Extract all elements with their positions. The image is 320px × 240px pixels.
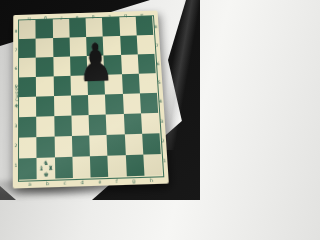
maker-logo-icon: ♞♝♜♚ [39,159,55,178]
square-c4 [54,96,72,117]
rank-label: 2 [14,144,17,149]
square-g4 [122,93,140,114]
square-c1 [54,157,72,179]
rank-label: 7 [155,44,158,48]
rank-label: 3 [14,124,17,129]
square-e2 [89,135,107,156]
square-a1 [19,158,37,180]
square-h7 [136,35,154,55]
square-c7 [53,38,70,58]
rank-label: 8 [154,26,157,30]
file-label: f [60,14,62,18]
square-a7 [19,39,36,59]
rank-label: 6 [157,62,160,66]
square-a5 [19,77,36,97]
file-label: e [76,14,79,18]
square-f2 [107,134,126,155]
square-b5 [36,76,53,96]
board-squares: ♟ [19,16,162,179]
square-h2 [142,133,161,154]
square-e1 [90,156,109,178]
rank-label: 1 [163,159,166,164]
square-c2 [54,136,72,157]
file-label: e [98,180,101,185]
square-b7 [36,38,53,58]
square-a8 [19,20,36,39]
square-c8 [52,19,69,38]
rank-label: 8 [15,30,18,34]
square-g3 [123,113,142,134]
square-d3 [71,115,89,136]
file-label: d [92,13,95,17]
file-label: a [28,182,31,187]
rank-label: 5 [158,81,161,86]
square-h6 [138,54,156,74]
rank-label: 2 [162,139,165,144]
file-label: a [140,12,143,16]
square-f1 [108,155,127,177]
square-g1 [125,155,144,177]
square-f3 [106,114,124,135]
logo-piece-glyph: ♚ [43,171,49,178]
photo-background: abcdefgh abcdefgh 87654321 87654321 ♔ CH… [0,0,200,200]
square-h4 [140,93,158,114]
square-d1 [72,156,90,178]
chess-board: abcdefgh abcdefgh 87654321 87654321 ♔ CH… [13,11,169,189]
rank-label: 3 [160,119,163,124]
square-g6 [121,54,139,74]
square-c6 [53,57,70,77]
file-label: b [124,12,127,16]
square-h8 [135,16,153,35]
file-label: d [81,180,84,185]
file-label: h [150,178,153,183]
square-d2 [72,135,90,156]
square-d4 [71,95,89,116]
rank-label: 7 [15,48,18,52]
crown-icon: ♔ [14,103,20,108]
square-a3 [19,117,37,138]
rank-label: 6 [15,67,18,71]
square-g5 [122,74,140,94]
square-h1 [143,154,162,176]
square-e6: ♟ [87,55,105,75]
file-label: h [28,15,31,19]
square-h3 [141,113,160,134]
file-label: c [108,13,111,17]
brand-text: ♔ CHESS [14,79,20,113]
square-c5 [53,76,71,96]
square-g8 [119,17,137,36]
file-label: g [132,179,135,184]
square-g7 [120,35,138,55]
square-b4 [36,96,54,117]
file-label: g [44,15,47,19]
black-pawn: ♟ [77,37,114,90]
square-a4 [19,97,36,118]
file-label: f [116,179,118,184]
square-h5 [139,73,157,93]
square-g2 [124,134,143,155]
square-b2 [37,137,55,158]
rank-label: 4 [159,100,162,105]
square-e4 [88,94,106,115]
rank-label: 1 [14,164,17,169]
brand-label: CHESS [15,84,20,101]
square-b6 [36,57,53,77]
file-label: c [64,181,67,186]
square-a2 [19,137,37,158]
square-f4 [105,94,123,115]
square-a6 [19,58,36,78]
square-b8 [36,19,53,38]
square-c3 [54,116,72,137]
square-b3 [36,116,54,137]
file-label: b [46,181,49,186]
square-e3 [89,115,107,136]
